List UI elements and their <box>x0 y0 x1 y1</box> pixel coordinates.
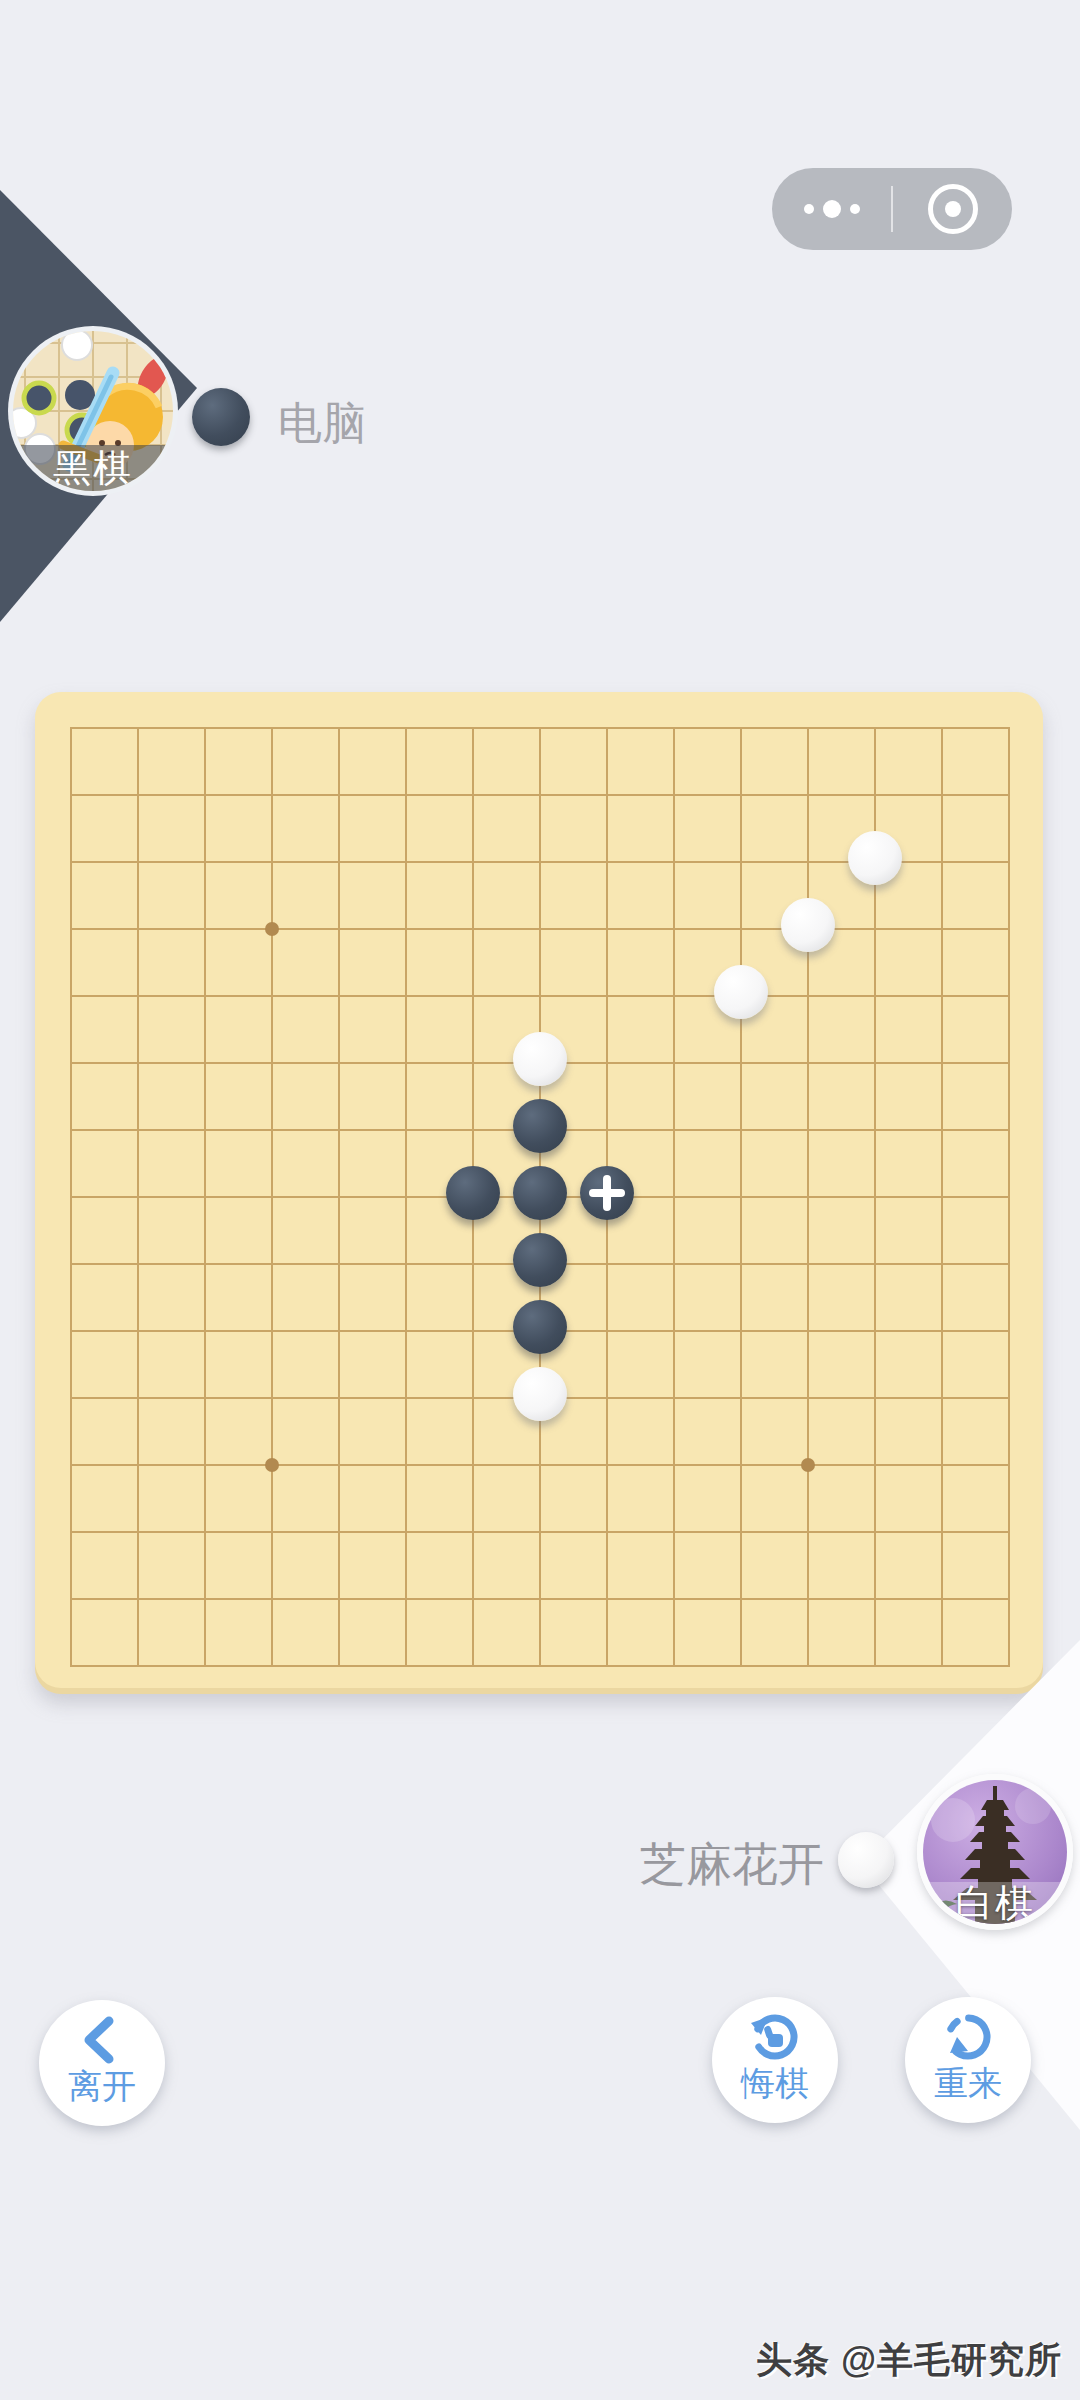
restart-arrow-icon <box>940 2009 996 2065</box>
black-player-name: 电脑 <box>278 394 366 453</box>
black-stone-indicator <box>192 388 250 446</box>
last-move-crosshair-icon <box>589 1189 625 1197</box>
white-avatar-image: 白棋 <box>923 1780 1067 1924</box>
white-stone-indicator <box>838 1832 894 1888</box>
back-chevron-icon <box>75 2012 129 2068</box>
stone-white <box>513 1367 567 1421</box>
more-button[interactable] <box>772 168 891 250</box>
stone-white <box>848 831 902 885</box>
restart-button-label: 重来 <box>934 2065 1002 2101</box>
stone-white <box>781 898 835 952</box>
stone-black <box>513 1233 567 1287</box>
white-player-name: 芝麻花开 <box>640 1834 824 1896</box>
stone-black <box>446 1166 500 1220</box>
black-avatar-image: 黑棋 <box>13 331 173 491</box>
undo-hand-icon <box>747 2009 803 2065</box>
undo-button[interactable]: 悔棋 <box>712 1997 838 2123</box>
stone-white <box>714 965 768 1019</box>
black-player-avatar: 黑棋 <box>8 326 178 496</box>
black-player-ribbon <box>0 0 230 650</box>
stone-black <box>513 1166 567 1220</box>
stone-black <box>513 1099 567 1153</box>
restart-button[interactable]: 重来 <box>905 1997 1031 2123</box>
game-screen: 黑棋 电脑 芝麻花开 <box>0 0 1080 2400</box>
stones-layer <box>38 695 1043 1700</box>
stone-white <box>513 1032 567 1086</box>
watermark: 头条 @羊毛研究所 <box>756 2336 1062 2385</box>
gomoku-board[interactable] <box>35 692 1043 1694</box>
undo-button-label: 悔棋 <box>741 2065 809 2101</box>
stone-black <box>513 1300 567 1354</box>
exit-button[interactable] <box>893 168 1012 250</box>
mini-program-capsule <box>772 168 1012 250</box>
stone-black <box>580 1166 634 1220</box>
white-player-avatar: 白棋 <box>917 1774 1073 1930</box>
more-dots-icon <box>804 200 860 218</box>
leave-button-label: 离开 <box>68 2068 136 2104</box>
capsule-target-icon <box>928 184 978 234</box>
leave-button[interactable]: 离开 <box>39 2000 165 2126</box>
